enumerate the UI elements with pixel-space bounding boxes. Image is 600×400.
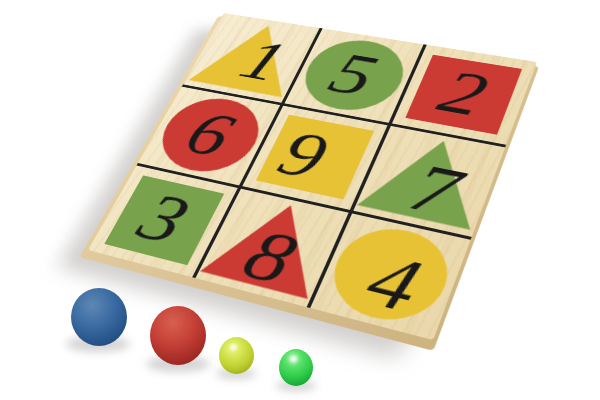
ball-green[interactable] xyxy=(279,349,313,386)
ball-chartreuse[interactable] xyxy=(219,337,254,374)
game-board: 1 5 2 6 9 7 xyxy=(88,13,537,340)
scene: 1 5 2 6 9 7 xyxy=(0,0,600,400)
ball-red[interactable] xyxy=(150,306,206,365)
ball-blue[interactable] xyxy=(71,288,127,346)
